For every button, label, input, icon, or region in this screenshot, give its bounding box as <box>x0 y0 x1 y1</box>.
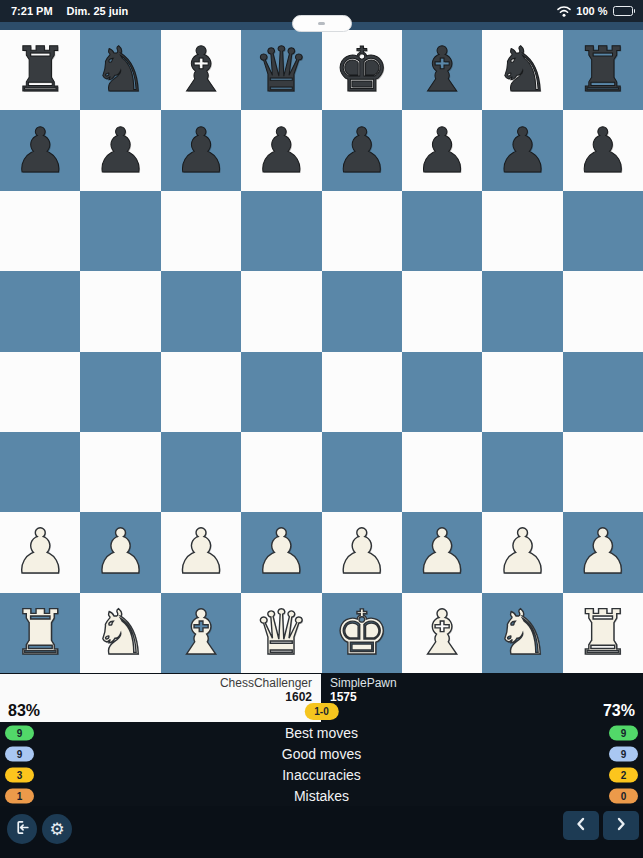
square-f2[interactable]: ♟ <box>402 512 482 592</box>
square-b4[interactable] <box>80 352 160 432</box>
bottom-toolbar: ⚙ <box>0 806 643 858</box>
black-rook: ♜ <box>575 39 631 101</box>
white-player-name: ChessChallenger <box>220 677 312 691</box>
square-b5[interactable] <box>80 271 160 351</box>
square-c4[interactable] <box>161 352 241 432</box>
exit-icon <box>14 819 31 839</box>
square-h2[interactable]: ♟ <box>563 512 643 592</box>
stat-row-mistakes: 1Mistakes0 <box>0 785 643 806</box>
square-b6[interactable] <box>80 191 160 271</box>
square-d2[interactable]: ♟ <box>241 512 321 592</box>
square-f4[interactable] <box>402 352 482 432</box>
stat-row-best-moves: 9Best moves9 <box>0 722 643 743</box>
white-player-box: ChessChallenger 1602 83% <box>0 674 321 722</box>
square-c8[interactable]: ♝ <box>161 30 241 110</box>
stat-label-good-moves: Good moves <box>282 746 361 762</box>
badge-white-good-moves: 9 <box>5 746 34 761</box>
badge-black-good-moves: 9 <box>609 746 638 761</box>
black-queen: ♛ <box>254 39 310 101</box>
square-g6[interactable] <box>482 191 562 271</box>
next-move-button[interactable] <box>603 811 639 840</box>
badge-black-mistakes: 0 <box>609 788 638 803</box>
badge-white-mistakes: 1 <box>5 788 34 803</box>
gear-icon: ⚙ <box>49 821 64 838</box>
square-f3[interactable] <box>402 432 482 512</box>
black-king: ♚ <box>334 39 390 101</box>
square-e2[interactable]: ♟ <box>322 512 402 592</box>
square-g8[interactable]: ♞ <box>482 30 562 110</box>
square-a6[interactable] <box>0 191 80 271</box>
square-a3[interactable] <box>0 432 80 512</box>
square-b7[interactable]: ♟ <box>80 110 160 190</box>
square-b3[interactable] <box>80 432 160 512</box>
square-g5[interactable] <box>482 271 562 351</box>
handle-dash-icon <box>318 22 325 25</box>
white-rook: ♜ <box>575 602 631 664</box>
white-pawn: ♟ <box>93 521 149 583</box>
black-pawn: ♟ <box>334 120 390 182</box>
wifi-icon <box>557 6 571 17</box>
battery-percentage: 100 % <box>576 5 607 17</box>
square-d8[interactable]: ♛ <box>241 30 321 110</box>
square-f5[interactable] <box>402 271 482 351</box>
square-f7[interactable]: ♟ <box>402 110 482 190</box>
square-h7[interactable]: ♟ <box>563 110 643 190</box>
square-f1[interactable]: ♝ <box>402 593 482 673</box>
square-a4[interactable] <box>0 352 80 432</box>
white-pawn: ♟ <box>254 521 310 583</box>
white-king: ♚ <box>334 602 390 664</box>
square-a8[interactable]: ♜ <box>0 30 80 110</box>
black-player-name: SimplePawn <box>330 677 397 691</box>
white-knight: ♞ <box>495 602 551 664</box>
square-d4[interactable] <box>241 352 321 432</box>
game-header: ChessChallenger 1602 83% SimplePawn 1575… <box>0 673 643 722</box>
white-knight: ♞ <box>93 602 149 664</box>
square-e8[interactable]: ♚ <box>322 30 402 110</box>
square-d7[interactable]: ♟ <box>241 110 321 190</box>
square-b1[interactable]: ♞ <box>80 593 160 673</box>
white-accuracy: 83% <box>8 702 40 720</box>
square-b2[interactable]: ♟ <box>80 512 160 592</box>
square-e6[interactable] <box>322 191 402 271</box>
square-h1[interactable]: ♜ <box>563 593 643 673</box>
black-pawn: ♟ <box>173 120 229 182</box>
square-h6[interactable] <box>563 191 643 271</box>
black-rook: ♜ <box>12 39 68 101</box>
previous-move-button[interactable] <box>563 811 599 840</box>
square-e4[interactable] <box>322 352 402 432</box>
chess-app: 7:21 PM Dim. 25 juin 100 % ♜♞♝♛♚♝♞♜♟♟♟♟♟… <box>0 0 643 858</box>
black-knight: ♞ <box>93 39 149 101</box>
badge-white-inaccuracies: 3 <box>5 767 34 782</box>
black-pawn: ♟ <box>575 120 631 182</box>
black-knight: ♞ <box>495 39 551 101</box>
square-d5[interactable] <box>241 271 321 351</box>
white-pawn: ♟ <box>414 521 470 583</box>
black-pawn: ♟ <box>254 120 310 182</box>
analysis-rows: 9Best moves99Good moves93Inaccuracies21M… <box>0 722 643 806</box>
square-d3[interactable] <box>241 432 321 512</box>
white-bishop: ♝ <box>173 602 229 664</box>
square-d1[interactable]: ♛ <box>241 593 321 673</box>
square-a1[interactable]: ♜ <box>0 593 80 673</box>
black-pawn: ♟ <box>93 120 149 182</box>
square-f6[interactable] <box>402 191 482 271</box>
square-b8[interactable]: ♞ <box>80 30 160 110</box>
square-g7[interactable]: ♟ <box>482 110 562 190</box>
square-c1[interactable]: ♝ <box>161 593 241 673</box>
analysis-panel: ChessChallenger 1602 83% SimplePawn 1575… <box>0 673 643 858</box>
square-e1[interactable]: ♚ <box>322 593 402 673</box>
square-g4[interactable] <box>482 352 562 432</box>
status-date: Dim. 25 juin <box>67 5 129 17</box>
chess-board: ♜♞♝♛♚♝♞♜♟♟♟♟♟♟♟♟♟♟♟♟♟♟♟♟♜♞♝♛♚♝♞♜ <box>0 30 643 673</box>
white-pawn: ♟ <box>575 521 631 583</box>
square-e3[interactable] <box>322 432 402 512</box>
square-e5[interactable] <box>322 271 402 351</box>
black-pawn: ♟ <box>414 120 470 182</box>
square-a2[interactable]: ♟ <box>0 512 80 592</box>
black-player-rating: 1575 <box>330 691 397 705</box>
square-e7[interactable]: ♟ <box>322 110 402 190</box>
exit-button[interactable] <box>7 814 37 844</box>
drag-handle-pill[interactable] <box>292 15 352 32</box>
result-badge: 1-0 <box>304 703 338 720</box>
black-player-box: SimplePawn 1575 73% <box>321 674 643 722</box>
stat-row-good-moves: 9Good moves9 <box>0 743 643 764</box>
square-c5[interactable] <box>161 271 241 351</box>
badge-black-inaccuracies: 2 <box>609 767 638 782</box>
badge-black-best-moves: 9 <box>609 725 638 740</box>
chevron-right-icon <box>614 817 628 834</box>
square-f8[interactable]: ♝ <box>402 30 482 110</box>
stat-label-mistakes: Mistakes <box>294 788 349 804</box>
square-h5[interactable] <box>563 271 643 351</box>
black-bishop: ♝ <box>414 39 470 101</box>
white-player-rating: 1602 <box>220 691 312 705</box>
square-c7[interactable]: ♟ <box>161 110 241 190</box>
stat-label-best-moves: Best moves <box>285 725 358 741</box>
square-c2[interactable]: ♟ <box>161 512 241 592</box>
black-pawn: ♟ <box>12 120 68 182</box>
square-h8[interactable]: ♜ <box>563 30 643 110</box>
square-h3[interactable] <box>563 432 643 512</box>
stat-row-inaccuracies: 3Inaccuracies2 <box>0 764 643 785</box>
square-a5[interactable] <box>0 271 80 351</box>
white-bishop: ♝ <box>414 602 470 664</box>
white-pawn: ♟ <box>12 521 68 583</box>
settings-button[interactable]: ⚙ <box>42 814 72 844</box>
black-accuracy: 73% <box>603 702 635 720</box>
square-c6[interactable] <box>161 191 241 271</box>
black-pawn: ♟ <box>495 120 551 182</box>
square-d6[interactable] <box>241 191 321 271</box>
square-a7[interactable]: ♟ <box>0 110 80 190</box>
status-time: 7:21 PM <box>11 5 53 17</box>
battery-icon <box>613 6 636 16</box>
stat-label-inaccuracies: Inaccuracies <box>282 767 361 783</box>
white-pawn: ♟ <box>334 521 390 583</box>
square-g2[interactable]: ♟ <box>482 512 562 592</box>
badge-white-best-moves: 9 <box>5 725 34 740</box>
square-h4[interactable] <box>563 352 643 432</box>
chevron-left-icon <box>574 817 588 834</box>
white-queen: ♛ <box>254 602 310 664</box>
square-c3[interactable] <box>161 432 241 512</box>
square-g3[interactable] <box>482 432 562 512</box>
white-pawn: ♟ <box>173 521 229 583</box>
white-rook: ♜ <box>12 602 68 664</box>
black-bishop: ♝ <box>173 39 229 101</box>
square-g1[interactable]: ♞ <box>482 593 562 673</box>
white-pawn: ♟ <box>495 521 551 583</box>
